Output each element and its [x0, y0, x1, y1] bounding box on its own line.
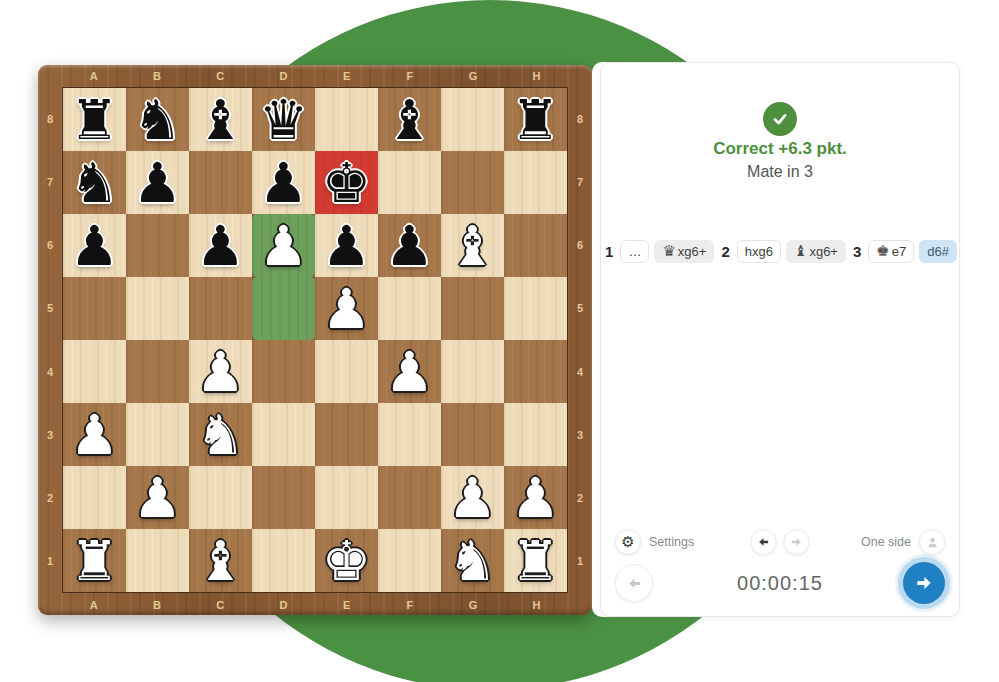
square-g3[interactable]: [441, 403, 504, 466]
rank-label-7: 7: [38, 150, 62, 213]
square-c8[interactable]: ♝: [189, 88, 252, 151]
piece-white-pawn-b2: ♟: [126, 466, 189, 529]
arrow-left-icon: [757, 535, 771, 549]
file-label-f: F: [378, 65, 441, 87]
square-f8[interactable]: ♝: [378, 88, 441, 151]
settings-label: Settings: [649, 535, 694, 549]
piece-black-king-e7: ♚: [315, 151, 378, 214]
square-d7[interactable]: ♟: [252, 151, 315, 214]
gear-icon: ⚙: [621, 535, 634, 550]
piece-white-knight-g1: ♞: [441, 529, 504, 592]
piece-white-pawn-g2: ♟: [441, 466, 504, 529]
square-f6[interactable]: ♟: [378, 214, 441, 277]
square-d3[interactable]: [252, 403, 315, 466]
square-d8[interactable]: ♛: [252, 88, 315, 151]
result-title: Correct +6.3 pkt.: [601, 139, 959, 159]
piece-white-pawn-d6: ♟: [252, 214, 315, 277]
file-label-b: B: [125, 594, 188, 615]
file-label-g: G: [442, 594, 505, 615]
square-a4[interactable]: [63, 340, 126, 403]
square-a5[interactable]: [63, 277, 126, 340]
piece-black-pawn-f6: ♟: [378, 214, 441, 277]
move-fig-xg6+[interactable]: ♝xg6+: [786, 240, 846, 263]
board-squares: ♜♞♝♛♝♜♞♟♟♚♟♟♟♟♟♝♟♟♟♟♞♟♟♟♜♝♚♞♜: [62, 87, 568, 593]
square-e8[interactable]: [315, 88, 378, 151]
piece-black-pawn-c6: ♟: [189, 214, 252, 277]
file-label-b: B: [125, 65, 188, 87]
square-b8[interactable]: ♞: [126, 88, 189, 151]
check-icon: [769, 108, 791, 130]
square-g4[interactable]: [441, 340, 504, 403]
rank-label-3: 3: [38, 403, 62, 466]
square-h4[interactable]: [504, 340, 567, 403]
square-e7[interactable]: ♚: [315, 151, 378, 214]
rank-label-4: 4: [38, 340, 62, 403]
square-d6[interactable]: ♟: [252, 214, 315, 277]
square-g5[interactable]: [441, 277, 504, 340]
rank-label-4: 4: [568, 340, 592, 403]
square-h1[interactable]: ♜: [504, 529, 567, 592]
square-b1[interactable]: [126, 529, 189, 592]
timer-row: 00:00:15: [615, 561, 945, 605]
piece-white-pawn-c4: ♟: [189, 340, 252, 403]
piece-white-rook-h1: ♜: [504, 529, 567, 592]
arrow-left-icon: [626, 575, 643, 592]
move-hxg6[interactable]: hxg6: [737, 240, 781, 263]
square-c6[interactable]: ♟: [189, 214, 252, 277]
arrow-right-icon: [790, 535, 804, 549]
square-f1[interactable]: [378, 529, 441, 592]
square-d2[interactable]: [252, 466, 315, 529]
piece-white-king-e1: ♚: [315, 529, 378, 592]
square-d1[interactable]: [252, 529, 315, 592]
piece-black-bishop-c8: ♝: [189, 88, 252, 151]
move-number-2: 2: [719, 243, 731, 260]
piece-white-bishop-g6: ♝: [441, 214, 504, 277]
square-c7[interactable]: [189, 151, 252, 214]
square-g1[interactable]: ♞: [441, 529, 504, 592]
figurine-icon: ♛: [662, 244, 675, 259]
square-b6[interactable]: [126, 214, 189, 277]
square-e4[interactable]: [315, 340, 378, 403]
move-d6#[interactable]: d6#: [919, 240, 957, 263]
timer: 00:00:15: [737, 572, 823, 595]
square-h2[interactable]: ♟: [504, 466, 567, 529]
square-b2[interactable]: ♟: [126, 466, 189, 529]
square-h5[interactable]: [504, 277, 567, 340]
square-d4[interactable]: [252, 340, 315, 403]
move-number-1: 1: [603, 243, 615, 260]
rank-label-3: 3: [568, 403, 592, 466]
piece-black-rook-a8: ♜: [63, 88, 126, 151]
piece-white-pawn-h2: ♟: [504, 466, 567, 529]
square-a2[interactable]: [63, 466, 126, 529]
square-f2[interactable]: [378, 466, 441, 529]
puzzle-panel: Correct +6.3 pkt. Mate in 3 1…♛xg6+2hxg6…: [600, 62, 960, 617]
rank-label-8: 8: [568, 87, 592, 150]
square-b3[interactable]: [126, 403, 189, 466]
settings-button[interactable]: ⚙: [615, 529, 641, 555]
piece-white-pawn-f4: ♟: [378, 340, 441, 403]
square-e2[interactable]: [315, 466, 378, 529]
square-b5[interactable]: [126, 277, 189, 340]
square-d5[interactable]: [252, 277, 315, 340]
square-f5[interactable]: [378, 277, 441, 340]
square-g6[interactable]: ♝: [441, 214, 504, 277]
one-side-toggle[interactable]: [919, 529, 945, 555]
file-label-h: H: [505, 65, 568, 87]
move-fig-e7[interactable]: ♚e7: [868, 240, 914, 263]
rank-label-7: 7: [568, 150, 592, 213]
square-c4[interactable]: ♟: [189, 340, 252, 403]
square-g8[interactable]: [441, 88, 504, 151]
square-a1[interactable]: ♜: [63, 529, 126, 592]
file-labels-top: ABCDEFGH: [62, 65, 568, 87]
rank-label-2: 2: [568, 467, 592, 530]
file-label-d: D: [252, 65, 315, 87]
correct-badge: [763, 102, 797, 136]
chess-board: ABCDEFGH ABCDEFGH 87654321 87654321 ♜♞♝♛…: [38, 65, 592, 615]
rank-label-6: 6: [568, 214, 592, 277]
square-g7[interactable]: [441, 151, 504, 214]
arrow-right-icon: [914, 573, 934, 593]
square-f4[interactable]: ♟: [378, 340, 441, 403]
rewind-button[interactable]: [615, 564, 653, 602]
move-[interactable]: …: [620, 240, 649, 263]
square-h6[interactable]: [504, 214, 567, 277]
square-e6[interactable]: ♟: [315, 214, 378, 277]
prev-move-button[interactable]: [751, 529, 777, 555]
rank-labels-left: 87654321: [38, 87, 62, 593]
piece-black-pawn-d7: ♟: [252, 151, 315, 214]
file-label-g: G: [442, 65, 505, 87]
piece-black-rook-h8: ♜: [504, 88, 567, 151]
square-a6[interactable]: ♟: [63, 214, 126, 277]
square-f7[interactable]: [378, 151, 441, 214]
square-h8[interactable]: ♜: [504, 88, 567, 151]
piece-black-knight-b8: ♞: [126, 88, 189, 151]
file-label-c: C: [189, 594, 252, 615]
move-fig-xg6+[interactable]: ♛xg6+: [654, 240, 714, 263]
square-e5[interactable]: ♟: [315, 277, 378, 340]
file-label-c: C: [189, 65, 252, 87]
file-label-a: A: [62, 594, 125, 615]
square-a3[interactable]: ♟: [63, 403, 126, 466]
rank-labels-right: 87654321: [568, 87, 592, 593]
piece-black-pawn-b7: ♟: [126, 151, 189, 214]
rank-label-8: 8: [38, 87, 62, 150]
file-label-h: H: [505, 594, 568, 615]
rank-label-5: 5: [568, 277, 592, 340]
result-subtitle: Mate in 3: [601, 163, 959, 181]
move-number-3: 3: [851, 243, 863, 260]
square-a7[interactable]: ♞: [63, 151, 126, 214]
piece-black-pawn-e6: ♟: [315, 214, 378, 277]
file-label-f: F: [378, 594, 441, 615]
one-side-label: One side: [861, 535, 911, 549]
controls-row: ⚙ Settings One side: [615, 529, 945, 555]
rank-label-5: 5: [38, 277, 62, 340]
file-label-a: A: [62, 65, 125, 87]
square-c2[interactable]: [189, 466, 252, 529]
piece-white-pawn-e5: ♟: [315, 277, 378, 340]
piece-white-knight-c3: ♞: [189, 403, 252, 466]
square-h7[interactable]: [504, 151, 567, 214]
piece-black-pawn-a6: ♟: [63, 214, 126, 277]
file-label-d: D: [252, 594, 315, 615]
person-icon: [925, 535, 940, 550]
piece-black-queen-d8: ♛: [252, 88, 315, 151]
square-f3[interactable]: [378, 403, 441, 466]
square-a8[interactable]: ♜: [63, 88, 126, 151]
rank-label-6: 6: [38, 214, 62, 277]
square-c5[interactable]: [189, 277, 252, 340]
square-b7[interactable]: ♟: [126, 151, 189, 214]
file-label-e: E: [315, 65, 378, 87]
piece-white-pawn-a3: ♟: [63, 403, 126, 466]
next-move-button[interactable]: [784, 529, 810, 555]
figurine-icon: ♚: [876, 244, 889, 259]
rank-label-2: 2: [38, 467, 62, 530]
move-list: 1…♛xg6+2hxg6♝xg6+3♚e7d6#: [601, 238, 959, 264]
square-g2[interactable]: ♟: [441, 466, 504, 529]
square-c3[interactable]: ♞: [189, 403, 252, 466]
piece-white-rook-a1: ♜: [63, 529, 126, 592]
figurine-icon: ♝: [794, 244, 807, 259]
piece-black-bishop-f8: ♝: [378, 88, 441, 151]
rank-label-1: 1: [38, 530, 62, 593]
rank-label-1: 1: [568, 530, 592, 593]
next-puzzle-button[interactable]: [903, 562, 945, 604]
piece-black-knight-a7: ♞: [63, 151, 126, 214]
square-e3[interactable]: [315, 403, 378, 466]
square-h3[interactable]: [504, 403, 567, 466]
square-e1[interactable]: ♚: [315, 529, 378, 592]
piece-white-bishop-c1: ♝: [189, 529, 252, 592]
file-labels-bottom: ABCDEFGH: [62, 594, 568, 615]
square-b4[interactable]: [126, 340, 189, 403]
file-label-e: E: [315, 594, 378, 615]
square-c1[interactable]: ♝: [189, 529, 252, 592]
